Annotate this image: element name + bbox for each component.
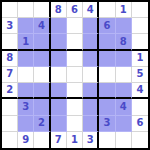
cell-r5c7[interactable] (99, 67, 115, 83)
cell-r8c3[interactable]: 2 (34, 116, 50, 132)
cell-r5c2[interactable] (18, 67, 34, 83)
cell-r7c7[interactable] (99, 99, 115, 115)
cell-r1c9[interactable] (132, 2, 148, 18)
cell-r2c4[interactable] (51, 18, 67, 34)
cell-r3c6[interactable] (83, 34, 99, 50)
cell-r8c2[interactable] (18, 116, 34, 132)
given-digit: 1 (120, 5, 127, 15)
cell-r1c7[interactable] (99, 2, 115, 18)
cell-r4c5[interactable] (67, 51, 83, 67)
given-digit: 8 (55, 5, 62, 15)
cell-r6c5[interactable] (67, 83, 83, 99)
cell-r9c4[interactable]: 7 (51, 132, 67, 148)
cell-r9c1[interactable] (2, 132, 18, 148)
cell-r2c8[interactable] (116, 18, 132, 34)
given-digit: 8 (120, 37, 127, 47)
cell-r9c5[interactable]: 1 (67, 132, 83, 148)
cell-r3c8[interactable]: 8 (116, 34, 132, 50)
given-digit: 3 (6, 21, 13, 31)
cell-r2c1[interactable]: 3 (2, 18, 18, 34)
cell-r4c7[interactable] (99, 51, 115, 67)
cell-r6c6[interactable] (83, 83, 99, 99)
cell-r8c7[interactable]: 3 (99, 116, 115, 132)
cell-r7c2[interactable]: 3 (18, 99, 34, 115)
cell-r8c6[interactable] (83, 116, 99, 132)
cell-r9c9[interactable] (132, 132, 148, 148)
given-digit: 3 (87, 135, 94, 145)
cell-r3c4[interactable] (51, 34, 67, 50)
cell-r9c7[interactable] (99, 132, 115, 148)
cell-r6c8[interactable] (116, 83, 132, 99)
cell-r6c3[interactable] (34, 83, 50, 99)
cell-r4c8[interactable] (116, 51, 132, 67)
given-digit: 4 (87, 5, 94, 15)
cell-r6c2[interactable] (18, 83, 34, 99)
cell-r7c3[interactable] (34, 99, 50, 115)
given-digit: 9 (22, 135, 29, 145)
cell-r2c2[interactable] (18, 18, 34, 34)
cell-r3c1[interactable] (2, 34, 18, 50)
cell-r5c4[interactable] (51, 67, 67, 83)
given-digit: 6 (136, 118, 143, 128)
cell-r9c3[interactable] (34, 132, 50, 148)
cell-r4c4[interactable] (51, 51, 67, 67)
given-digit: 4 (120, 102, 127, 112)
given-digit: 6 (71, 5, 78, 15)
cell-r5c6[interactable] (83, 67, 99, 83)
cell-r4c9[interactable]: 1 (132, 51, 148, 67)
cell-r3c9[interactable] (132, 34, 148, 50)
cell-r7c8[interactable]: 4 (116, 99, 132, 115)
cell-r1c2[interactable] (18, 2, 34, 18)
cell-r8c8[interactable] (116, 116, 132, 132)
given-digit: 1 (22, 37, 29, 47)
cell-r7c4[interactable] (51, 99, 67, 115)
cell-r4c2[interactable] (18, 51, 34, 67)
cell-r9c2[interactable]: 9 (18, 132, 34, 148)
cell-r6c1[interactable]: 2 (2, 83, 18, 99)
cell-r7c5[interactable] (67, 99, 83, 115)
cell-r1c1[interactable] (2, 2, 18, 18)
given-digit: 3 (103, 118, 110, 128)
cell-r5c8[interactable] (116, 67, 132, 83)
cell-r2c3[interactable]: 4 (34, 18, 50, 34)
given-digit: 3 (22, 102, 29, 112)
cell-r3c5[interactable] (67, 34, 83, 50)
cell-r1c3[interactable] (34, 2, 50, 18)
cell-r5c1[interactable]: 7 (2, 67, 18, 83)
cell-r8c5[interactable] (67, 116, 83, 132)
cell-r5c9[interactable]: 5 (132, 67, 148, 83)
cell-r8c4[interactable] (51, 116, 67, 132)
given-digit: 2 (38, 118, 45, 128)
cell-r2c5[interactable] (67, 18, 83, 34)
given-digit: 1 (71, 135, 78, 145)
cell-r4c6[interactable] (83, 51, 99, 67)
cell-r4c1[interactable]: 8 (2, 51, 18, 67)
cell-r1c6[interactable]: 4 (83, 2, 99, 18)
cell-r1c5[interactable]: 6 (67, 2, 83, 18)
cell-r6c9[interactable]: 4 (132, 83, 148, 99)
given-digit: 1 (136, 53, 143, 63)
cell-r1c8[interactable]: 1 (116, 2, 132, 18)
given-digit: 6 (103, 21, 110, 31)
cell-r7c6[interactable] (83, 99, 99, 115)
cell-r6c7[interactable] (99, 83, 115, 99)
cell-r2c7[interactable]: 6 (99, 18, 115, 34)
cell-r3c3[interactable] (34, 34, 50, 50)
cell-r3c2[interactable]: 1 (18, 34, 34, 50)
given-digit: 5 (136, 69, 143, 79)
given-digit: 4 (38, 21, 45, 31)
cell-r4c3[interactable] (34, 51, 50, 67)
cell-r8c9[interactable]: 6 (132, 116, 148, 132)
cell-r7c9[interactable] (132, 99, 148, 115)
cell-r2c6[interactable] (83, 18, 99, 34)
given-digit: 4 (136, 85, 143, 95)
cell-r9c6[interactable]: 3 (83, 132, 99, 148)
cell-r5c5[interactable] (67, 67, 83, 83)
cell-r8c1[interactable] (2, 116, 18, 132)
given-digit: 7 (55, 135, 62, 145)
given-digit: 8 (6, 53, 13, 63)
cell-r9c8[interactable] (116, 132, 132, 148)
cell-r1c4[interactable]: 8 (51, 2, 67, 18)
given-digit: 7 (6, 69, 13, 79)
given-digit: 2 (6, 85, 13, 95)
sudoku-board: 864134618817524342369713 (0, 0, 150, 150)
cell-r3c7[interactable] (99, 34, 115, 50)
cell-r6c4[interactable] (51, 83, 67, 99)
cell-r2c9[interactable] (132, 18, 148, 34)
cell-r5c3[interactable] (34, 67, 50, 83)
cell-r7c1[interactable] (2, 99, 18, 115)
